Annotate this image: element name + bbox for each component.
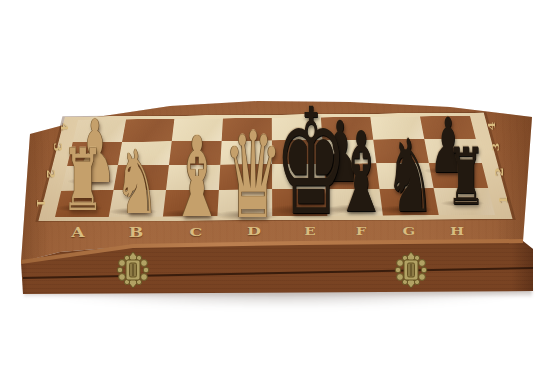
chess-box-product-photo: ABCDEFGH11223344♜♟♞♝♛♚♟♝♞♟♜ (0, 0, 550, 385)
queen-glyph: ♛ (224, 117, 283, 236)
piece-dark-knight-g1: ♞ (365, 126, 456, 227)
rank-label-right-4: 4 (486, 122, 497, 130)
brass-clasp-left (115, 251, 151, 289)
knight-glyph: ♞ (385, 126, 435, 227)
piece-light-queen-d1: ♛ (200, 117, 307, 236)
brass-clasp-right (393, 251, 429, 289)
